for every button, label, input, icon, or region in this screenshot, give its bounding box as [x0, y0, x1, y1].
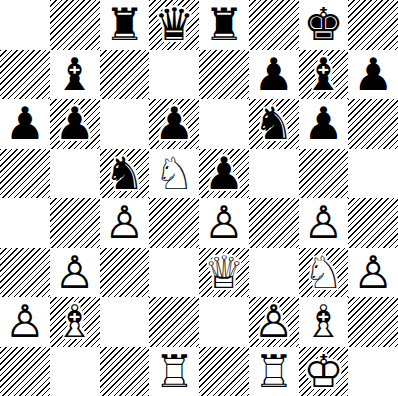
square-g8[interactable]: ♚	[299, 0, 349, 50]
piece-black-knight-f6[interactable]: ♞	[253, 101, 293, 146]
piece-black-bishop-b7[interactable]: ♝	[54, 52, 94, 97]
square-c1[interactable]	[100, 347, 150, 396]
square-c2[interactable]	[100, 297, 150, 347]
square-d7[interactable]	[149, 50, 199, 100]
square-e4[interactable]: ♟♙	[199, 198, 249, 248]
piece-black-knight-c5[interactable]: ♞	[104, 151, 144, 196]
square-a1[interactable]	[0, 347, 50, 396]
square-e3[interactable]: ♛♕	[199, 248, 249, 298]
square-c3[interactable]	[100, 248, 150, 298]
square-d1[interactable]: ♜♖	[149, 347, 199, 396]
piece-white-pawn-b3[interactable]: ♟♙	[54, 250, 94, 295]
piece-black-rook-c8[interactable]: ♜	[104, 2, 144, 47]
square-g7[interactable]: ♝	[299, 50, 349, 100]
piece-white-outline: ♘	[154, 149, 194, 199]
piece-black-king-g8[interactable]: ♚	[303, 2, 343, 47]
square-f8[interactable]	[249, 0, 299, 50]
piece-black-pawn-a6[interactable]: ♟	[5, 101, 45, 146]
square-c5[interactable]: ♞	[100, 149, 150, 199]
square-c8[interactable]: ♜	[100, 0, 150, 50]
square-h7[interactable]: ♟	[348, 50, 398, 100]
square-g4[interactable]: ♟♙	[299, 198, 349, 248]
square-d5[interactable]: ♞♘	[149, 149, 199, 199]
square-a8[interactable]	[0, 0, 50, 50]
piece-white-outline: ♕	[204, 248, 244, 298]
piece-white-pawn-c4[interactable]: ♟♙	[104, 200, 144, 245]
piece-white-outline: ♖	[253, 347, 293, 396]
square-h2[interactable]	[348, 297, 398, 347]
square-f2[interactable]: ♟♙	[249, 297, 299, 347]
square-h1[interactable]	[348, 347, 398, 396]
square-d3[interactable]	[149, 248, 199, 298]
piece-white-pawn-h3[interactable]: ♟♙	[353, 250, 393, 295]
piece-white-outline: ♙	[104, 198, 144, 248]
square-h4[interactable]	[348, 198, 398, 248]
square-h6[interactable]	[348, 99, 398, 149]
square-h5[interactable]	[348, 149, 398, 199]
piece-white-rook-d1[interactable]: ♜♖	[154, 349, 194, 394]
piece-black-pawn-e5[interactable]: ♟	[204, 151, 244, 196]
square-a3[interactable]	[0, 248, 50, 298]
square-b2[interactable]: ♝♗	[50, 297, 100, 347]
square-e1[interactable]	[199, 347, 249, 396]
piece-black-pawn-g6[interactable]: ♟	[303, 101, 343, 146]
piece-white-pawn-g4[interactable]: ♟♙	[303, 200, 343, 245]
square-c7[interactable]	[100, 50, 150, 100]
piece-black-rook-e8[interactable]: ♜	[204, 2, 244, 47]
piece-white-knight-d5[interactable]: ♞♘	[154, 151, 194, 196]
square-b7[interactable]: ♝	[50, 50, 100, 100]
chess-board: ♜♛♜♚♝♟♝♟♟♟♟♞♟♞♞♘♟♟♙♟♙♟♙♟♙♛♕♞♘♟♙♟♙♝♗♟♙♝♗♜…	[0, 0, 398, 396]
piece-white-bishop-b2[interactable]: ♝♗	[54, 299, 94, 344]
piece-black-pawn-b6[interactable]: ♟	[54, 101, 94, 146]
square-a5[interactable]	[0, 149, 50, 199]
square-c4[interactable]: ♟♙	[100, 198, 150, 248]
piece-white-outline: ♙	[204, 198, 244, 248]
piece-white-outline: ♔	[303, 347, 343, 396]
piece-white-king-g1[interactable]: ♚♔	[303, 349, 343, 394]
square-e8[interactable]: ♜	[199, 0, 249, 50]
square-h3[interactable]: ♟♙	[348, 248, 398, 298]
square-d4[interactable]	[149, 198, 199, 248]
square-d6[interactable]: ♟	[149, 99, 199, 149]
square-h8[interactable]	[348, 0, 398, 50]
square-d2[interactable]	[149, 297, 199, 347]
piece-white-bishop-g2[interactable]: ♝♗	[303, 299, 343, 344]
square-g3[interactable]: ♞♘	[299, 248, 349, 298]
piece-black-pawn-f7[interactable]: ♟	[253, 52, 293, 97]
square-e2[interactable]	[199, 297, 249, 347]
square-a4[interactable]	[0, 198, 50, 248]
square-b4[interactable]	[50, 198, 100, 248]
piece-white-outline: ♙	[353, 248, 393, 298]
square-g2[interactable]: ♝♗	[299, 297, 349, 347]
piece-white-outline: ♙	[253, 297, 293, 347]
square-f5[interactable]	[249, 149, 299, 199]
piece-white-outline: ♙	[5, 297, 45, 347]
square-f6[interactable]: ♞	[249, 99, 299, 149]
piece-black-pawn-d6[interactable]: ♟	[154, 101, 194, 146]
piece-white-outline: ♗	[303, 297, 343, 347]
piece-white-rook-f1[interactable]: ♜♖	[253, 349, 293, 394]
square-a2[interactable]: ♟♙	[0, 297, 50, 347]
piece-white-knight-g3[interactable]: ♞♘	[303, 250, 343, 295]
piece-white-outline: ♙	[54, 248, 94, 298]
piece-black-pawn-h7[interactable]: ♟	[353, 52, 393, 97]
piece-black-bishop-g7[interactable]: ♝	[303, 52, 343, 97]
square-a7[interactable]	[0, 50, 50, 100]
piece-white-outline: ♘	[303, 248, 343, 298]
square-a6[interactable]: ♟	[0, 99, 50, 149]
piece-white-queen-e3[interactable]: ♛♕	[204, 250, 244, 295]
square-e5[interactable]: ♟	[199, 149, 249, 199]
square-e6[interactable]	[199, 99, 249, 149]
square-g6[interactable]: ♟	[299, 99, 349, 149]
piece-white-outline: ♖	[154, 347, 194, 396]
piece-black-queen-d8[interactable]: ♛	[154, 2, 194, 47]
piece-white-pawn-e4[interactable]: ♟♙	[204, 200, 244, 245]
piece-white-pawn-a2[interactable]: ♟♙	[5, 299, 45, 344]
square-b8[interactable]	[50, 0, 100, 50]
square-g5[interactable]	[299, 149, 349, 199]
square-b1[interactable]	[50, 347, 100, 396]
piece-white-outline: ♗	[54, 297, 94, 347]
piece-white-pawn-f2[interactable]: ♟♙	[253, 299, 293, 344]
square-f7[interactable]: ♟	[249, 50, 299, 100]
square-b3[interactable]: ♟♙	[50, 248, 100, 298]
square-b6[interactable]: ♟	[50, 99, 100, 149]
square-b5[interactable]	[50, 149, 100, 199]
square-f3[interactable]	[249, 248, 299, 298]
piece-white-outline: ♙	[303, 198, 343, 248]
square-f4[interactable]	[249, 198, 299, 248]
square-f1[interactable]: ♜♖	[249, 347, 299, 396]
square-d8[interactable]: ♛	[149, 0, 199, 50]
square-e7[interactable]	[199, 50, 249, 100]
square-g1[interactable]: ♚♔	[299, 347, 349, 396]
square-c6[interactable]	[100, 99, 150, 149]
